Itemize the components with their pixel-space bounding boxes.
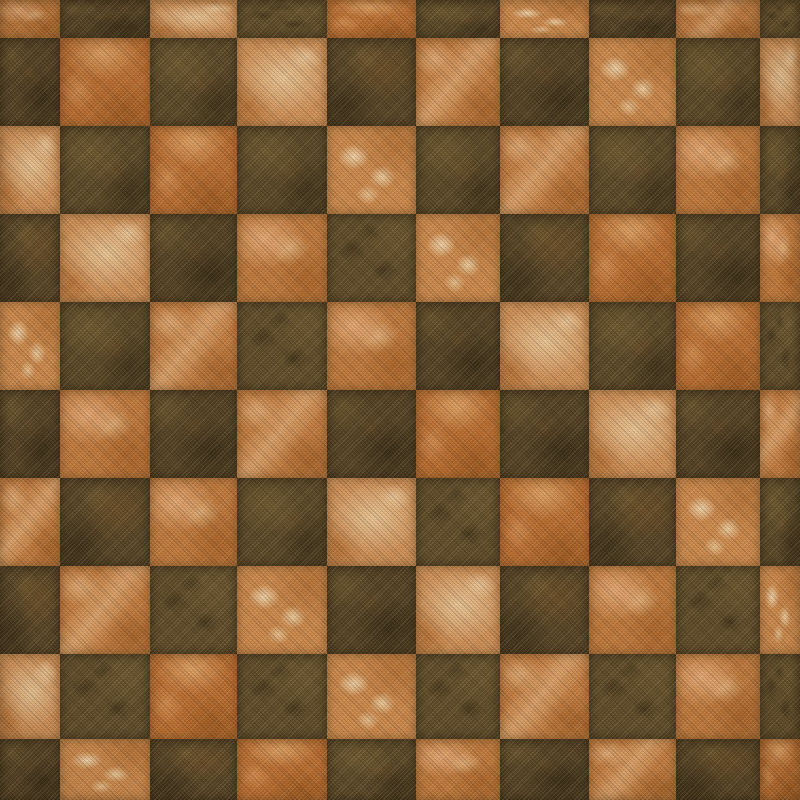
board-square — [760, 478, 800, 566]
board-square — [589, 214, 676, 302]
board-square — [0, 390, 60, 478]
board-square — [0, 214, 60, 302]
board-square — [589, 654, 676, 739]
board-square — [760, 38, 800, 126]
board-square — [676, 566, 760, 654]
board-square — [416, 478, 500, 566]
board-square — [760, 214, 800, 302]
board-square — [60, 126, 150, 214]
board-square — [237, 38, 327, 126]
board-square — [0, 654, 60, 739]
board-square — [500, 38, 589, 126]
board-square — [327, 654, 416, 739]
board-square — [500, 0, 589, 38]
board-square — [327, 739, 416, 800]
board-square — [416, 566, 500, 654]
board-square — [150, 390, 237, 478]
board-square — [150, 38, 237, 126]
board-square — [416, 126, 500, 214]
board-square — [150, 302, 237, 390]
board-square — [760, 0, 800, 38]
board-square — [676, 0, 760, 38]
board-square — [500, 566, 589, 654]
board-square — [237, 214, 327, 302]
board-square — [589, 38, 676, 126]
board-square — [500, 126, 589, 214]
board-square — [500, 478, 589, 566]
board-square — [416, 38, 500, 126]
board-square — [676, 390, 760, 478]
board-square — [327, 38, 416, 126]
board-square — [60, 478, 150, 566]
board-square — [500, 214, 589, 302]
board-square — [150, 566, 237, 654]
board-square — [760, 654, 800, 739]
board-square — [589, 0, 676, 38]
board-square — [416, 0, 500, 38]
board-square — [589, 302, 676, 390]
board-square — [0, 126, 60, 214]
board-square — [416, 302, 500, 390]
board-square — [237, 478, 327, 566]
board-square — [589, 739, 676, 800]
board-square — [150, 126, 237, 214]
board-square — [150, 654, 237, 739]
board-square — [0, 739, 60, 800]
board-square — [416, 214, 500, 302]
board-square — [500, 302, 589, 390]
board-square — [676, 739, 760, 800]
board-square — [237, 390, 327, 478]
board-square — [760, 390, 800, 478]
board-square — [60, 302, 150, 390]
board-square — [327, 0, 416, 38]
board-square — [416, 390, 500, 478]
board-square — [676, 38, 760, 126]
board-square — [589, 390, 676, 478]
board-square — [0, 302, 60, 390]
fabric-photo — [0, 0, 800, 800]
board-square — [150, 739, 237, 800]
board-square — [237, 126, 327, 214]
board-square — [500, 390, 589, 478]
board-square — [60, 0, 150, 38]
board-square — [416, 739, 500, 800]
board-square — [327, 302, 416, 390]
board-square — [237, 302, 327, 390]
board-square — [589, 478, 676, 566]
board-square — [760, 302, 800, 390]
board-square — [589, 126, 676, 214]
board-square — [0, 38, 60, 126]
board-square — [237, 739, 327, 800]
board-square — [60, 739, 150, 800]
board-square — [60, 214, 150, 302]
board-square — [760, 126, 800, 214]
checkerboard — [0, 0, 800, 800]
board-square — [676, 302, 760, 390]
board-square — [500, 654, 589, 739]
board-square — [500, 739, 589, 800]
board-square — [676, 214, 760, 302]
board-square — [327, 214, 416, 302]
board-square — [60, 566, 150, 654]
board-square — [237, 0, 327, 38]
board-square — [150, 214, 237, 302]
board-square — [327, 390, 416, 478]
board-square — [60, 654, 150, 739]
board-square — [0, 478, 60, 566]
board-square — [150, 0, 237, 38]
board-square — [676, 126, 760, 214]
board-square — [589, 566, 676, 654]
board-square — [150, 478, 237, 566]
board-square — [760, 739, 800, 800]
board-square — [237, 654, 327, 739]
board-square — [327, 566, 416, 654]
board-square — [0, 566, 60, 654]
board-square — [0, 0, 60, 38]
board-square — [237, 566, 327, 654]
board-square — [60, 390, 150, 478]
board-square — [327, 126, 416, 214]
board-square — [760, 566, 800, 654]
board-square — [416, 654, 500, 739]
board-square — [327, 478, 416, 566]
board-square — [676, 654, 760, 739]
board-square — [60, 38, 150, 126]
board-square — [676, 478, 760, 566]
